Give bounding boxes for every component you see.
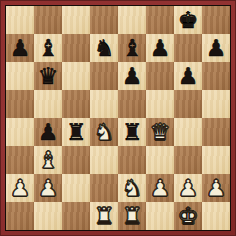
white-bishop: ♝	[38, 146, 59, 174]
square-e2[interactable]: ♞	[118, 174, 146, 202]
black-king: ♚	[178, 6, 199, 34]
black-pawn: ♟	[206, 34, 227, 62]
square-c8[interactable]	[62, 6, 90, 34]
chess-board-frame: ♚♟♝♞♝♟♟♛♟♟♟♜♞♜♛♝♟♟♞♟♟♟♜♜♚	[0, 0, 236, 236]
square-f6[interactable]	[146, 62, 174, 90]
white-king: ♚	[178, 202, 199, 230]
square-f4[interactable]: ♛	[146, 118, 174, 146]
black-queen: ♛	[38, 62, 59, 90]
square-d1[interactable]: ♜	[90, 202, 118, 230]
square-d6[interactable]	[90, 62, 118, 90]
square-d3[interactable]	[90, 146, 118, 174]
square-g4[interactable]	[174, 118, 202, 146]
square-g2[interactable]: ♟	[174, 174, 202, 202]
square-b2[interactable]: ♟	[34, 174, 62, 202]
square-b5[interactable]	[34, 90, 62, 118]
square-c4[interactable]: ♜	[62, 118, 90, 146]
square-f1[interactable]	[146, 202, 174, 230]
square-f5[interactable]	[146, 90, 174, 118]
square-h3[interactable]	[202, 146, 230, 174]
square-d5[interactable]	[90, 90, 118, 118]
square-g6[interactable]: ♟	[174, 62, 202, 90]
black-pawn: ♟	[10, 34, 31, 62]
square-a2[interactable]: ♟	[6, 174, 34, 202]
white-pawn: ♟	[206, 174, 227, 202]
white-knight: ♞	[94, 118, 115, 146]
square-g3[interactable]	[174, 146, 202, 174]
square-g5[interactable]	[174, 90, 202, 118]
square-b8[interactable]	[34, 6, 62, 34]
white-rook: ♜	[122, 202, 143, 230]
square-a5[interactable]	[6, 90, 34, 118]
square-e5[interactable]	[118, 90, 146, 118]
square-a6[interactable]	[6, 62, 34, 90]
square-e7[interactable]: ♝	[118, 34, 146, 62]
square-a4[interactable]	[6, 118, 34, 146]
square-h7[interactable]: ♟	[202, 34, 230, 62]
black-pawn: ♟	[178, 62, 199, 90]
black-pawn: ♟	[38, 118, 59, 146]
chess-board: ♚♟♝♞♝♟♟♛♟♟♟♜♞♜♛♝♟♟♞♟♟♟♜♜♚	[6, 6, 230, 230]
square-g7[interactable]	[174, 34, 202, 62]
square-b7[interactable]: ♝	[34, 34, 62, 62]
white-queen: ♛	[150, 118, 171, 146]
square-e4[interactable]: ♜	[118, 118, 146, 146]
white-rook: ♜	[94, 202, 115, 230]
black-bishop: ♝	[122, 34, 143, 62]
square-h5[interactable]	[202, 90, 230, 118]
white-pawn: ♟	[150, 174, 171, 202]
square-h6[interactable]	[202, 62, 230, 90]
square-h2[interactable]: ♟	[202, 174, 230, 202]
black-rook: ♜	[66, 118, 87, 146]
square-e8[interactable]	[118, 6, 146, 34]
black-pawn: ♟	[150, 34, 171, 62]
square-d2[interactable]	[90, 174, 118, 202]
square-c7[interactable]	[62, 34, 90, 62]
square-c5[interactable]	[62, 90, 90, 118]
square-b3[interactable]: ♝	[34, 146, 62, 174]
square-c1[interactable]	[62, 202, 90, 230]
square-e6[interactable]: ♟	[118, 62, 146, 90]
square-e3[interactable]	[118, 146, 146, 174]
square-b4[interactable]: ♟	[34, 118, 62, 146]
square-b6[interactable]: ♛	[34, 62, 62, 90]
white-knight: ♞	[122, 174, 143, 202]
square-f2[interactable]: ♟	[146, 174, 174, 202]
white-pawn: ♟	[178, 174, 199, 202]
white-pawn: ♟	[38, 174, 59, 202]
black-rook: ♜	[122, 118, 143, 146]
square-h8[interactable]	[202, 6, 230, 34]
square-d4[interactable]: ♞	[90, 118, 118, 146]
square-b1[interactable]	[34, 202, 62, 230]
square-c2[interactable]	[62, 174, 90, 202]
square-a7[interactable]: ♟	[6, 34, 34, 62]
square-f7[interactable]: ♟	[146, 34, 174, 62]
black-knight: ♞	[94, 34, 115, 62]
square-a1[interactable]	[6, 202, 34, 230]
square-c3[interactable]	[62, 146, 90, 174]
square-g1[interactable]: ♚	[174, 202, 202, 230]
square-f8[interactable]	[146, 6, 174, 34]
square-c6[interactable]	[62, 62, 90, 90]
black-pawn: ♟	[122, 62, 143, 90]
square-d8[interactable]	[90, 6, 118, 34]
black-bishop: ♝	[38, 34, 59, 62]
square-f3[interactable]	[146, 146, 174, 174]
square-g8[interactable]: ♚	[174, 6, 202, 34]
square-e1[interactable]: ♜	[118, 202, 146, 230]
square-a8[interactable]	[6, 6, 34, 34]
square-a3[interactable]	[6, 146, 34, 174]
square-h1[interactable]	[202, 202, 230, 230]
white-pawn: ♟	[10, 174, 31, 202]
square-d7[interactable]: ♞	[90, 34, 118, 62]
square-h4[interactable]	[202, 118, 230, 146]
